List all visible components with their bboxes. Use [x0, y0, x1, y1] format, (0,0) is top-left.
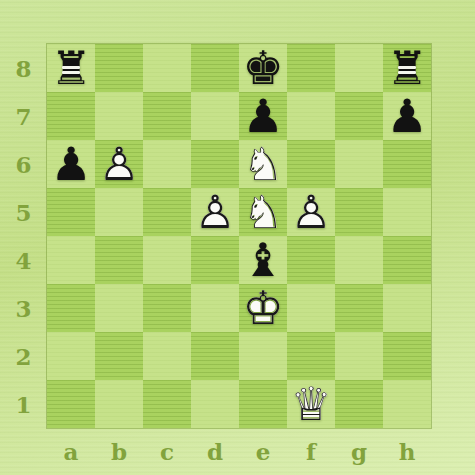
file-label-h: h — [383, 428, 431, 475]
square-b8[interactable] — [95, 44, 143, 92]
piece-fill-glyph: ♜ — [383, 44, 431, 92]
piece-white-knight[interactable]: ♞♘ — [239, 188, 287, 236]
piece-white-knight[interactable]: ♞♘ — [239, 140, 287, 188]
square-g2[interactable] — [335, 332, 383, 380]
piece-outline-glyph: ♙ — [191, 188, 239, 236]
square-f6[interactable] — [287, 140, 335, 188]
piece-black-bishop[interactable]: ♝ — [239, 236, 287, 284]
rank-label-4: 4 — [0, 236, 47, 284]
square-d7[interactable] — [191, 92, 239, 140]
square-a7[interactable] — [47, 92, 95, 140]
rank-label-5: 5 — [0, 188, 47, 236]
square-b3[interactable] — [95, 284, 143, 332]
rank-labels: 87654321 — [0, 44, 47, 428]
piece-black-king[interactable]: ♚ — [239, 44, 287, 92]
square-d4[interactable] — [191, 236, 239, 284]
file-label-d: d — [191, 428, 239, 475]
square-g1[interactable] — [335, 380, 383, 428]
square-e3[interactable]: ♚♔ — [239, 284, 287, 332]
square-g5[interactable] — [335, 188, 383, 236]
piece-black-rook[interactable]: ♜ — [47, 44, 95, 92]
square-f3[interactable] — [287, 284, 335, 332]
piece-black-pawn[interactable]: ♟ — [239, 92, 287, 140]
square-f1[interactable]: ♛♕ — [287, 380, 335, 428]
piece-fill-glyph: ♜ — [47, 44, 95, 92]
square-a5[interactable] — [47, 188, 95, 236]
chess-diagram: 87654321 ♜♚♜♟♟♟♟♙♞♘♟♙♞♘♟♙♝♚♔♛♕ abcdefgh — [0, 0, 475, 475]
piece-outline-glyph: ♙ — [287, 188, 335, 236]
piece-white-pawn[interactable]: ♟♙ — [95, 140, 143, 188]
square-a6[interactable]: ♟ — [47, 140, 95, 188]
square-f4[interactable] — [287, 236, 335, 284]
square-c2[interactable] — [143, 332, 191, 380]
piece-black-pawn[interactable]: ♟ — [383, 92, 431, 140]
square-h2[interactable] — [383, 332, 431, 380]
file-label-g: g — [335, 428, 383, 475]
rank-label-2: 2 — [0, 332, 47, 380]
square-c1[interactable] — [143, 380, 191, 428]
square-c7[interactable] — [143, 92, 191, 140]
square-d2[interactable] — [191, 332, 239, 380]
piece-fill-glyph: ♟ — [239, 92, 287, 140]
square-a2[interactable] — [47, 332, 95, 380]
square-f8[interactable] — [287, 44, 335, 92]
square-h6[interactable] — [383, 140, 431, 188]
file-label-a: a — [47, 428, 95, 475]
piece-outline-glyph: ♘ — [239, 140, 287, 188]
file-label-c: c — [143, 428, 191, 475]
square-d8[interactable] — [191, 44, 239, 92]
file-label-e: e — [239, 428, 287, 475]
rank-label-1: 1 — [0, 380, 47, 428]
square-g4[interactable] — [335, 236, 383, 284]
file-label-f: f — [287, 428, 335, 475]
rank-label-7: 7 — [0, 92, 47, 140]
square-a8[interactable]: ♜ — [47, 44, 95, 92]
square-f5[interactable]: ♟♙ — [287, 188, 335, 236]
square-h5[interactable] — [383, 188, 431, 236]
file-labels: abcdefgh — [47, 428, 431, 475]
square-b6[interactable]: ♟♙ — [95, 140, 143, 188]
square-c4[interactable] — [143, 236, 191, 284]
piece-white-pawn[interactable]: ♟♙ — [191, 188, 239, 236]
square-c5[interactable] — [143, 188, 191, 236]
square-e7[interactable]: ♟ — [239, 92, 287, 140]
square-d5[interactable]: ♟♙ — [191, 188, 239, 236]
square-g6[interactable] — [335, 140, 383, 188]
square-h3[interactable] — [383, 284, 431, 332]
square-g7[interactable] — [335, 92, 383, 140]
piece-outline-glyph: ♔ — [239, 284, 287, 332]
square-e8[interactable]: ♚ — [239, 44, 287, 92]
file-label-b: b — [95, 428, 143, 475]
piece-black-pawn[interactable]: ♟ — [47, 140, 95, 188]
square-d3[interactable] — [191, 284, 239, 332]
square-g8[interactable] — [335, 44, 383, 92]
square-c8[interactable] — [143, 44, 191, 92]
piece-black-rook[interactable]: ♜ — [383, 44, 431, 92]
piece-fill-glyph: ♟ — [383, 92, 431, 140]
square-c3[interactable] — [143, 284, 191, 332]
square-b7[interactable] — [95, 92, 143, 140]
piece-white-queen[interactable]: ♛♕ — [287, 380, 335, 428]
square-e2[interactable] — [239, 332, 287, 380]
square-e4[interactable]: ♝ — [239, 236, 287, 284]
rank-label-3: 3 — [0, 284, 47, 332]
square-f2[interactable] — [287, 332, 335, 380]
square-a4[interactable] — [47, 236, 95, 284]
square-c6[interactable] — [143, 140, 191, 188]
square-g3[interactable] — [335, 284, 383, 332]
piece-fill-glyph: ♚ — [239, 44, 287, 92]
piece-outline-glyph: ♙ — [95, 140, 143, 188]
piece-fill-glyph: ♝ — [239, 236, 287, 284]
square-h8[interactable]: ♜ — [383, 44, 431, 92]
square-h4[interactable] — [383, 236, 431, 284]
square-a3[interactable] — [47, 284, 95, 332]
square-b1[interactable] — [95, 380, 143, 428]
square-d6[interactable] — [191, 140, 239, 188]
square-e6[interactable]: ♞♘ — [239, 140, 287, 188]
rank-label-6: 6 — [0, 140, 47, 188]
rank-label-8: 8 — [0, 44, 47, 92]
square-b5[interactable] — [95, 188, 143, 236]
square-d1[interactable] — [191, 380, 239, 428]
chess-board: ♜♚♜♟♟♟♟♙♞♘♟♙♞♘♟♙♝♚♔♛♕ — [47, 44, 431, 428]
square-a1[interactable] — [47, 380, 95, 428]
piece-white-king[interactable]: ♚♔ — [239, 284, 287, 332]
square-e5[interactable]: ♞♘ — [239, 188, 287, 236]
piece-outline-glyph: ♘ — [239, 188, 287, 236]
square-h7[interactable]: ♟ — [383, 92, 431, 140]
square-b2[interactable] — [95, 332, 143, 380]
square-b4[interactable] — [95, 236, 143, 284]
square-e1[interactable] — [239, 380, 287, 428]
piece-outline-glyph: ♕ — [287, 380, 335, 428]
square-h1[interactable] — [383, 380, 431, 428]
square-f7[interactable] — [287, 92, 335, 140]
piece-fill-glyph: ♟ — [47, 140, 95, 188]
piece-white-pawn[interactable]: ♟♙ — [287, 188, 335, 236]
